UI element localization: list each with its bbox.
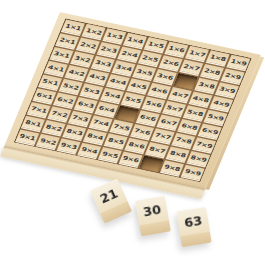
cube-label: 3×4 (115, 63, 133, 72)
cube-label: 5×4 (103, 91, 121, 100)
cube-label: 1×1 (64, 23, 82, 32)
cube-9x2[interactable]: 9×2 (36, 134, 60, 151)
cube-label: 6×1 (36, 91, 54, 100)
cube-label: 6×3 (77, 100, 95, 109)
cube-label: 3×5 (136, 68, 154, 77)
cube-label: 3×1 (53, 50, 71, 59)
cube-label: 8×7 (148, 145, 166, 154)
loose-cube-21[interactable]: 21 (90, 178, 132, 223)
empty-socket-r9c7[interactable] (139, 156, 163, 173)
cube-label: 4×7 (171, 90, 189, 99)
cube-label: 4×6 (151, 86, 169, 95)
cube-label: 6×9 (201, 127, 219, 136)
cube-9x9[interactable]: 9×9 (181, 165, 205, 182)
cube-label: 9×2 (39, 137, 57, 146)
cube-label: 1×5 (147, 40, 165, 49)
cube-label: 8×5 (107, 136, 125, 145)
photo-canvas: 1×11×21×31×41×51×61×71×81×92×12×22×32×42… (0, 0, 265, 265)
cube-label: 7×5 (113, 123, 131, 132)
cube-label: 4×9 (213, 99, 231, 108)
cube-label: 5×2 (62, 82, 80, 91)
cube-label: 7×8 (175, 136, 193, 145)
cube-label: 5×6 (145, 100, 163, 109)
cube-label: 3×6 (156, 72, 174, 81)
cube-label: 5×1 (41, 78, 59, 87)
cube-label: 4×3 (89, 73, 107, 82)
cube-label: 8×8 (169, 150, 187, 159)
cube-9x5[interactable]: 9×5 (98, 147, 122, 164)
cube-label: 5×9 (207, 113, 225, 122)
cube-label: 8×4 (86, 132, 104, 141)
cube-label: 9×4 (81, 146, 99, 155)
cube-label: 2×3 (100, 45, 118, 54)
cube-label: 5×8 (186, 108, 204, 117)
cube-label: 2×1 (59, 36, 77, 45)
cube-label: 3×8 (198, 81, 216, 90)
cube-label: 9×5 (101, 150, 119, 159)
cube-label: 1×4 (126, 36, 144, 45)
cube-label: 6×2 (56, 96, 74, 105)
cube-label: 1×7 (188, 49, 206, 58)
cube-label: 2×2 (79, 41, 97, 50)
cube-label: 3×2 (74, 55, 92, 64)
cube-label: 1×9 (230, 58, 248, 67)
cube-9x8[interactable]: 9×8 (160, 160, 184, 177)
cube-label: 7×2 (51, 110, 69, 119)
cube-label: 4×4 (109, 77, 127, 86)
cube-label: 4×5 (130, 81, 148, 90)
cube-label: 2×7 (183, 63, 201, 72)
cube-label: 1×2 (85, 27, 103, 36)
cube-label: 5×7 (166, 104, 184, 113)
cube-label: 1×3 (106, 31, 124, 40)
cube-9x1[interactable]: 9×1 (15, 129, 39, 146)
cube-label: 7×9 (195, 140, 213, 149)
cube-label: 1×6 (168, 45, 186, 54)
cube-label: 2×5 (141, 54, 159, 63)
cube-label: 5×5 (124, 95, 142, 104)
cube-label: 8×3 (66, 128, 84, 137)
cube-label: 7×7 (154, 132, 172, 141)
cube-label: 7×6 (133, 127, 151, 136)
multiplication-board: 1×11×21×31×41×51×61×71×81×92×12×22×32×42… (0, 12, 261, 199)
cube-label: 4×1 (47, 64, 65, 73)
loose-cube-30[interactable]: 30 (135, 196, 171, 237)
cube-label: 7×3 (71, 114, 89, 123)
loose-cube-63[interactable]: 63 (176, 207, 211, 247)
cube-9x4[interactable]: 9×4 (77, 143, 101, 160)
cube-label: 2×9 (224, 72, 242, 81)
cube-label: 6×7 (160, 118, 178, 127)
cube-label: 3×9 (218, 85, 236, 94)
cube-label: 9×1 (19, 133, 37, 142)
cube-label: 5×3 (83, 86, 101, 95)
cube-label: 9×3 (60, 141, 78, 150)
cube-label: 9×6 (122, 155, 140, 164)
cube-label: 2×8 (203, 67, 221, 76)
cube-label: 1×8 (209, 53, 227, 62)
cube-label: 8×6 (128, 141, 146, 150)
cube-label: 6×8 (180, 122, 198, 131)
cube-label: 4×8 (192, 95, 210, 104)
cube-9x6[interactable]: 9×6 (119, 151, 143, 168)
cube-label: 3×3 (94, 59, 112, 68)
cube-label: 7×4 (92, 118, 110, 127)
cube-label: 8×1 (24, 119, 42, 128)
cube-label: 9×8 (163, 163, 181, 172)
cube-label: 8×2 (45, 123, 63, 132)
cube-label: 4×2 (68, 68, 86, 77)
cube-9x3[interactable]: 9×3 (57, 138, 81, 155)
cube-label: 8×9 (190, 154, 208, 163)
cube-label: 2×6 (162, 58, 180, 67)
cube-label: 9×9 (184, 168, 202, 177)
cube-label: 6×6 (139, 113, 157, 122)
cube-label: 7×1 (30, 105, 48, 114)
cube-label: 6×4 (98, 105, 116, 114)
cube-label: 2×4 (121, 50, 139, 59)
